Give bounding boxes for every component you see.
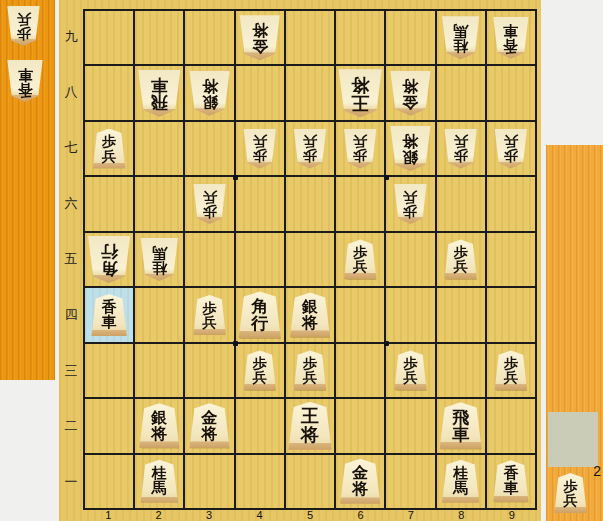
square-3-五[interactable] [185, 233, 233, 286]
square-9-一[interactable]: 香車 [487, 455, 535, 508]
piece-歩兵-top[interactable]: 歩兵 [7, 6, 40, 46]
piece-kanji: 香車 [18, 66, 33, 97]
piece-kanji: 歩兵 [403, 356, 417, 385]
piece-王将-top[interactable]: 王将 [338, 69, 382, 117]
piece-kanji: 王将 [301, 407, 319, 444]
square-7-九[interactable] [386, 11, 434, 64]
square-4-八[interactable] [236, 66, 284, 119]
star-point [233, 341, 238, 346]
piece-kanji: 角行 [101, 242, 118, 277]
rank-label-七: 七 [59, 120, 83, 176]
square-7-四[interactable] [386, 288, 434, 341]
piece-歩兵-top[interactable]: 歩兵 [293, 129, 326, 169]
square-3-二[interactable]: 金将 [185, 399, 233, 452]
piece-銀将-bottom[interactable]: 銀将 [289, 292, 330, 337]
piece-kanji: 金将 [202, 410, 218, 443]
square-6-九[interactable] [336, 11, 384, 64]
piece-香車-bottom[interactable]: 香車 [91, 294, 127, 336]
square-4-三[interactable]: 歩兵 [236, 344, 284, 397]
piece-kanji: 王将 [351, 75, 369, 112]
square-7-五[interactable] [386, 233, 434, 286]
square-4-九[interactable]: 金将 [236, 11, 284, 64]
piece-kanji: 金将 [402, 77, 418, 110]
piece-歩兵-bottom[interactable]: 歩兵 [344, 239, 377, 279]
square-2-三[interactable] [135, 344, 183, 397]
square-8-六[interactable] [437, 177, 485, 230]
piece-角行-top[interactable]: 角行 [88, 236, 131, 283]
square-9-九[interactable]: 香車 [487, 11, 535, 64]
square-8-八[interactable] [437, 66, 485, 119]
square-3-六[interactable]: 歩兵 [185, 177, 233, 230]
piece-kanji: 桂馬 [453, 466, 468, 497]
file-label-3: 3 [184, 509, 234, 521]
square-6-三[interactable] [336, 344, 384, 397]
square-9-五[interactable] [487, 233, 535, 286]
piece-kanji: 歩兵 [504, 134, 518, 163]
piece-角行-bottom[interactable]: 角行 [238, 291, 281, 338]
piece-kanji: 角行 [251, 298, 268, 333]
komadai-top-player: 歩兵香車 [0, 0, 55, 380]
piece-桂馬-bottom[interactable]: 桂馬 [140, 460, 178, 503]
square-8-二[interactable]: 飛車 [437, 399, 485, 452]
piece-歩兵-top[interactable]: 歩兵 [494, 129, 527, 169]
square-4-五[interactable] [236, 233, 284, 286]
square-1-九[interactable] [85, 11, 133, 64]
hand-slot-selected[interactable] [548, 412, 598, 467]
piece-kanji: 歩兵 [253, 134, 267, 163]
square-5-六[interactable] [286, 177, 334, 230]
square-3-八[interactable]: 銀将 [185, 66, 233, 119]
square-1-七[interactable]: 歩兵 [85, 122, 133, 175]
piece-kanji: 香車 [503, 22, 518, 53]
square-2-一[interactable]: 桂馬 [135, 455, 183, 508]
piece-kanji: 歩兵 [504, 356, 518, 385]
square-6-一[interactable]: 金将 [336, 455, 384, 508]
piece-桂馬-bottom[interactable]: 桂馬 [442, 460, 480, 503]
piece-kanji: 桂馬 [152, 244, 167, 275]
square-3-一[interactable] [185, 455, 233, 508]
shogi-board: 金将桂馬香車飛車銀将王将金将歩兵歩兵歩兵歩兵銀将歩兵歩兵歩兵歩兵角行桂馬歩兵歩兵… [83, 9, 537, 510]
piece-kanji: 銀将 [202, 77, 218, 110]
piece-kanji: 歩兵 [454, 134, 468, 163]
rank-label-八: 八 [59, 65, 83, 121]
piece-kanji: 歩兵 [403, 190, 417, 219]
square-2-五[interactable]: 桂馬 [135, 233, 183, 286]
piece-王将-bottom[interactable]: 王将 [288, 402, 332, 450]
square-9-三[interactable]: 歩兵 [487, 344, 535, 397]
square-8-五[interactable]: 歩兵 [437, 233, 485, 286]
file-label-9: 9 [487, 509, 537, 521]
piece-飛車-bottom[interactable]: 飛車 [439, 402, 482, 449]
piece-桂馬-top[interactable]: 桂馬 [140, 238, 178, 281]
square-1-六[interactable] [85, 177, 133, 230]
piece-kanji: 金将 [252, 21, 268, 54]
square-1-三[interactable] [85, 344, 133, 397]
square-8-七[interactable]: 歩兵 [437, 122, 485, 175]
piece-歩兵-bottom[interactable]: 歩兵 [293, 350, 326, 390]
square-2-二[interactable]: 銀将 [135, 399, 183, 452]
square-8-三[interactable] [437, 344, 485, 397]
file-label-4: 4 [234, 509, 284, 521]
piece-kanji: 飛車 [151, 76, 168, 111]
piece-kanji: 香車 [102, 300, 117, 331]
square-4-一[interactable] [236, 455, 284, 508]
rank-label-九: 九 [59, 9, 83, 65]
square-6-五[interactable]: 歩兵 [336, 233, 384, 286]
square-5-一[interactable] [286, 455, 334, 508]
square-7-三[interactable]: 歩兵 [386, 344, 434, 397]
square-4-四[interactable]: 角行 [236, 288, 284, 341]
piece-金将-bottom[interactable]: 金将 [340, 459, 381, 504]
square-6-二[interactable] [336, 399, 384, 452]
komadai-bottom-player: 歩兵2 [546, 145, 603, 521]
piece-金将-top[interactable]: 金将 [239, 15, 280, 60]
square-9-六[interactable] [487, 177, 535, 230]
piece-kanji: 銀将 [402, 132, 418, 165]
piece-香車-bottom[interactable]: 香車 [493, 460, 529, 502]
square-7-二[interactable] [386, 399, 434, 452]
piece-金将-bottom[interactable]: 金将 [189, 403, 230, 448]
square-4-七[interactable]: 歩兵 [236, 122, 284, 175]
piece-kanji: 歩兵 [564, 479, 578, 508]
board-panel: 九八七六五四三二一 金将桂馬香車飛車銀将王将金将歩兵歩兵歩兵歩兵銀将歩兵歩兵歩兵… [59, 0, 541, 521]
piece-kanji: 桂馬 [453, 22, 468, 53]
square-2-九[interactable] [135, 11, 183, 64]
square-3-四[interactable]: 歩兵 [185, 288, 233, 341]
piece-歩兵-top[interactable]: 歩兵 [193, 184, 226, 224]
file-label-1: 1 [83, 509, 133, 521]
square-6-六[interactable] [336, 177, 384, 230]
piece-kanji: 香車 [503, 466, 518, 497]
square-9-二[interactable] [487, 399, 535, 452]
piece-歩兵-bottom[interactable]: 歩兵 [93, 129, 126, 169]
piece-銀将-top[interactable]: 銀将 [189, 71, 230, 116]
square-7-六[interactable]: 歩兵 [386, 177, 434, 230]
square-5-八[interactable] [286, 66, 334, 119]
hand-piece-count: 2 [593, 463, 601, 479]
square-6-四[interactable] [336, 288, 384, 341]
square-2-四[interactable] [135, 288, 183, 341]
square-5-七[interactable]: 歩兵 [286, 122, 334, 175]
piece-kanji: 歩兵 [353, 245, 367, 274]
square-7-一[interactable] [386, 455, 434, 508]
piece-香車-top[interactable]: 香車 [7, 60, 43, 102]
square-7-七[interactable]: 銀将 [386, 122, 434, 175]
square-9-四[interactable] [487, 288, 535, 341]
file-labels: 123456789 [83, 509, 537, 521]
star-point [384, 341, 389, 346]
file-label-7: 7 [386, 509, 436, 521]
piece-飛車-top[interactable]: 飛車 [138, 70, 181, 117]
square-1-八[interactable] [85, 66, 133, 119]
piece-歩兵-bottom[interactable]: 歩兵 [394, 350, 427, 390]
square-8-四[interactable] [437, 288, 485, 341]
piece-kanji: 歩兵 [303, 134, 317, 163]
piece-香車-top[interactable]: 香車 [493, 17, 529, 59]
square-3-三[interactable] [185, 344, 233, 397]
piece-kanji: 歩兵 [353, 134, 367, 163]
piece-銀将-bottom[interactable]: 銀将 [139, 403, 180, 448]
square-8-一[interactable]: 桂馬 [437, 455, 485, 508]
piece-kanji: 歩兵 [454, 245, 468, 274]
piece-歩兵-bottom[interactable]: 歩兵 [494, 350, 527, 390]
star-point [384, 175, 389, 180]
piece-kanji: 歩兵 [17, 12, 31, 41]
piece-kanji: 銀将 [151, 410, 167, 443]
rank-label-四: 四 [59, 287, 83, 343]
square-5-二[interactable]: 王将 [286, 399, 334, 452]
piece-歩兵-top[interactable]: 歩兵 [444, 129, 477, 169]
piece-歩兵-top[interactable]: 歩兵 [394, 184, 427, 224]
square-2-六[interactable] [135, 177, 183, 230]
file-label-5: 5 [285, 509, 335, 521]
square-1-四[interactable]: 香車 [85, 288, 133, 341]
square-2-七[interactable] [135, 122, 183, 175]
square-3-九[interactable] [185, 11, 233, 64]
piece-kanji: 金将 [352, 465, 368, 498]
piece-kanji: 歩兵 [102, 134, 116, 163]
piece-歩兵-top[interactable]: 歩兵 [243, 129, 276, 169]
rank-label-六: 六 [59, 176, 83, 232]
square-7-八[interactable]: 金将 [386, 66, 434, 119]
square-4-二[interactable] [236, 399, 284, 452]
piece-kanji: 飛車 [452, 409, 469, 444]
rank-label-二: 二 [59, 399, 83, 455]
rank-label-三: 三 [59, 343, 83, 399]
rank-label-一: 一 [59, 454, 83, 510]
square-2-八[interactable]: 飛車 [135, 66, 183, 119]
piece-金将-top[interactable]: 金将 [390, 71, 431, 116]
file-label-8: 8 [436, 509, 486, 521]
piece-歩兵-bottom[interactable]: 歩兵 [193, 295, 226, 335]
square-4-六[interactable] [236, 177, 284, 230]
piece-歩兵-bottom[interactable]: 歩兵 [554, 473, 587, 513]
square-5-四[interactable]: 銀将 [286, 288, 334, 341]
piece-歩兵-bottom[interactable]: 歩兵 [444, 239, 477, 279]
piece-kanji: 歩兵 [253, 356, 267, 385]
piece-銀将-top[interactable]: 銀将 [390, 126, 431, 171]
piece-kanji: 銀将 [302, 299, 318, 332]
piece-kanji: 歩兵 [303, 356, 317, 385]
square-9-八[interactable] [487, 66, 535, 119]
piece-kanji: 桂馬 [152, 466, 167, 497]
square-9-七[interactable]: 歩兵 [487, 122, 535, 175]
piece-kanji: 歩兵 [203, 190, 217, 219]
square-5-五[interactable] [286, 233, 334, 286]
square-3-七[interactable] [185, 122, 233, 175]
square-6-七[interactable]: 歩兵 [336, 122, 384, 175]
square-1-二[interactable] [85, 399, 133, 452]
file-label-6: 6 [335, 509, 385, 521]
square-6-八[interactable]: 王将 [336, 66, 384, 119]
square-5-九[interactable] [286, 11, 334, 64]
piece-桂馬-top[interactable]: 桂馬 [442, 16, 480, 59]
piece-kanji: 歩兵 [203, 301, 217, 330]
rank-labels: 九八七六五四三二一 [59, 9, 83, 510]
square-5-三[interactable]: 歩兵 [286, 344, 334, 397]
square-1-五[interactable]: 角行 [85, 233, 133, 286]
square-1-一[interactable] [85, 455, 133, 508]
piece-歩兵-top[interactable]: 歩兵 [344, 129, 377, 169]
file-label-2: 2 [133, 509, 183, 521]
square-8-九[interactable]: 桂馬 [437, 11, 485, 64]
piece-歩兵-bottom[interactable]: 歩兵 [243, 350, 276, 390]
rank-label-五: 五 [59, 232, 83, 288]
shogi-app: 歩兵香車 九八七六五四三二一 金将桂馬香車飛車銀将王将金将歩兵歩兵歩兵歩兵銀将歩… [0, 0, 603, 521]
star-point [233, 175, 238, 180]
